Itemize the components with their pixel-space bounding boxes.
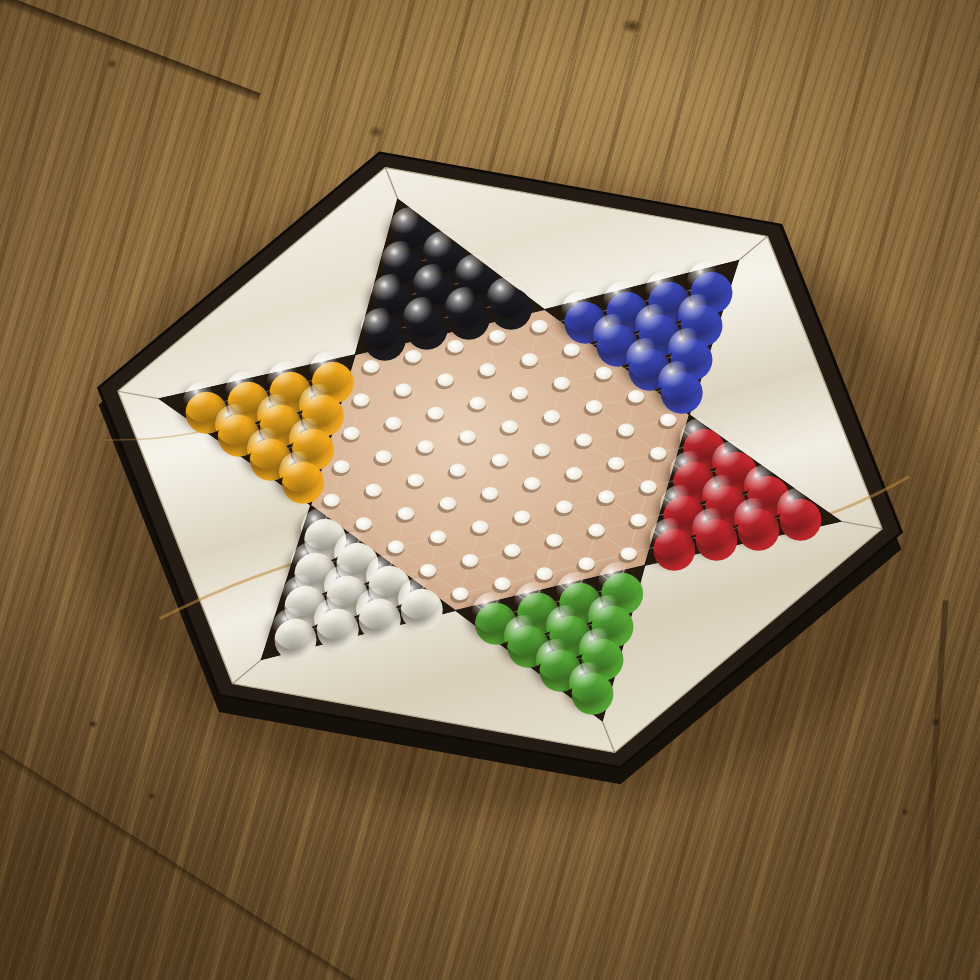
photo-scene: ●●●●●●●●●●●●●●●●●●●●●●●●●●●●●●●●●●●●●●●●… xyxy=(0,0,980,980)
photo-vignette xyxy=(0,0,980,980)
